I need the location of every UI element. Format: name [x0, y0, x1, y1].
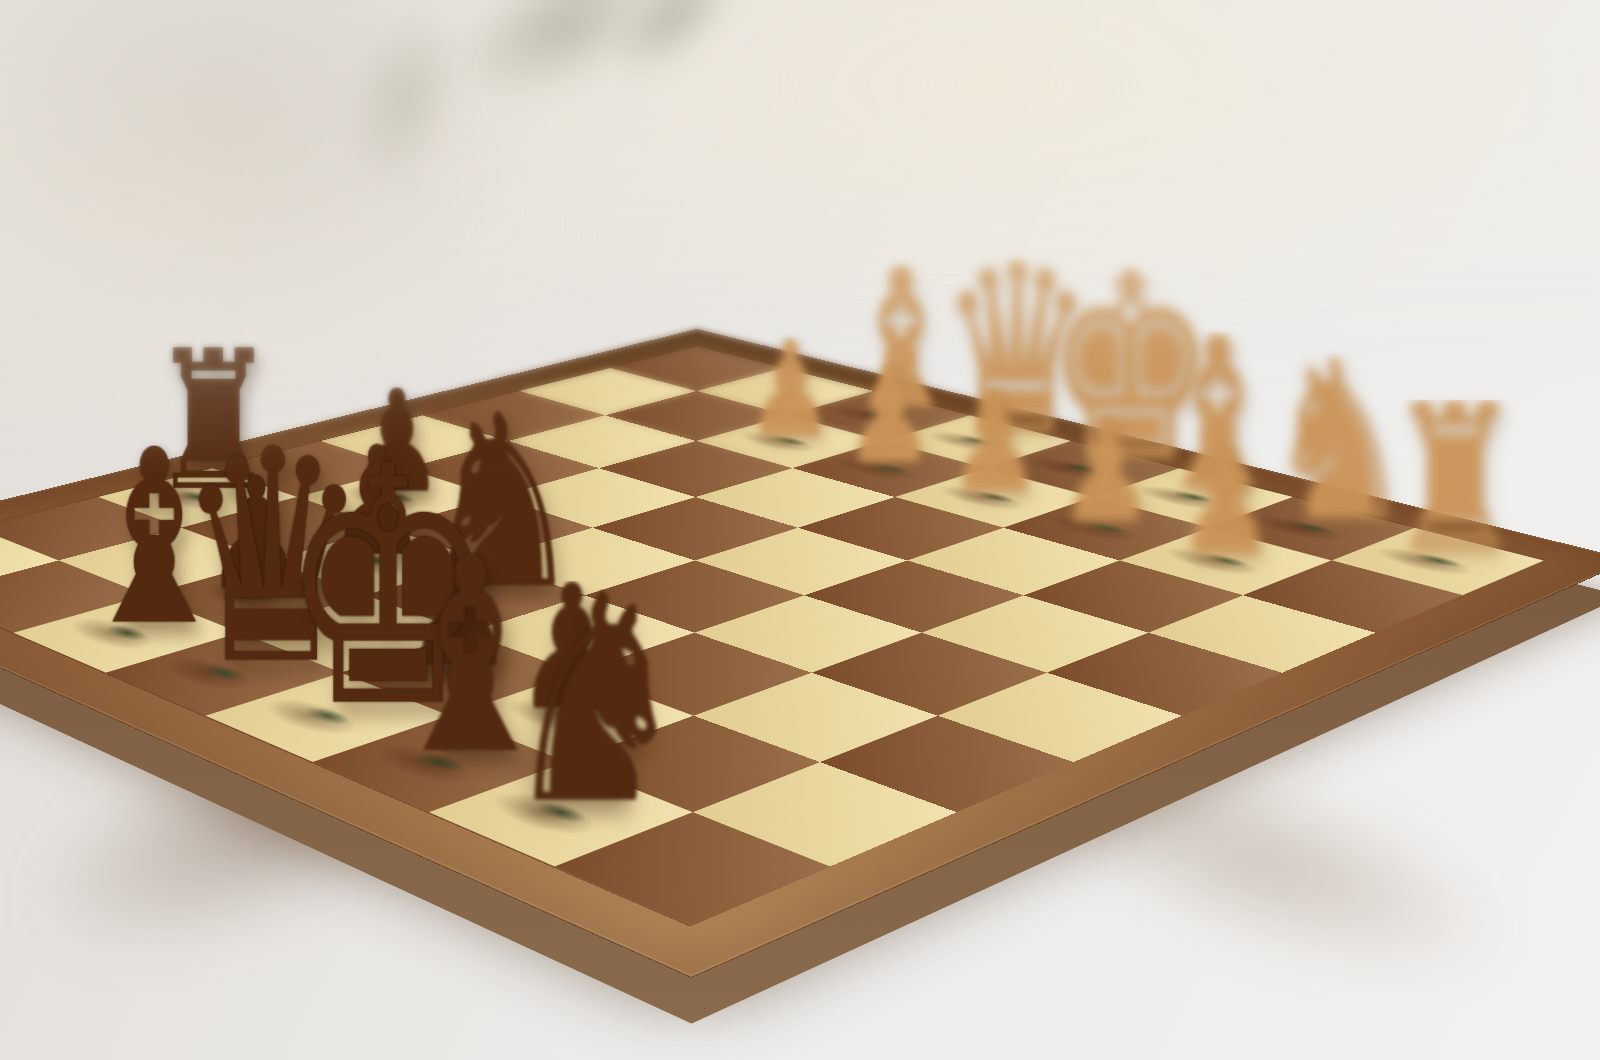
black-knight-icon: ♞: [501, 589, 691, 812]
board-grid: ♝♛♚♝♞♜♟♟♟♟♟♟♜♟♞♟♟♟♝♛♚♝♞: [0, 346, 1542, 925]
white-pawn-icon: ♟: [1058, 414, 1154, 527]
square-h1[interactable]: ♜: [1332, 528, 1544, 596]
piece-white-rook-h1[interactable]: ♜: [1363, 400, 1513, 560]
white-pawn-icon: ♟: [844, 362, 935, 469]
chess-board: ♝♛♚♝♞♜♟♟♟♟♟♟♜♟♞♟♟♟♝♛♚♝♞: [0, 329, 1600, 978]
white-pawn-icon: ♟: [1176, 443, 1276, 560]
piece-white-pawn-g2[interactable]: ♟: [1151, 443, 1301, 560]
white-pawn-icon: ♟: [948, 387, 1041, 497]
table-scene: ♝♛♚♝♞♜♟♟♟♟♟♟♜♟♞♟♟♟♝♛♚♝♞: [0, 0, 1600, 1060]
white-rook-icon: ♜: [1387, 400, 1523, 560]
piece-black-knight-g8[interactable]: ♞: [468, 589, 655, 812]
